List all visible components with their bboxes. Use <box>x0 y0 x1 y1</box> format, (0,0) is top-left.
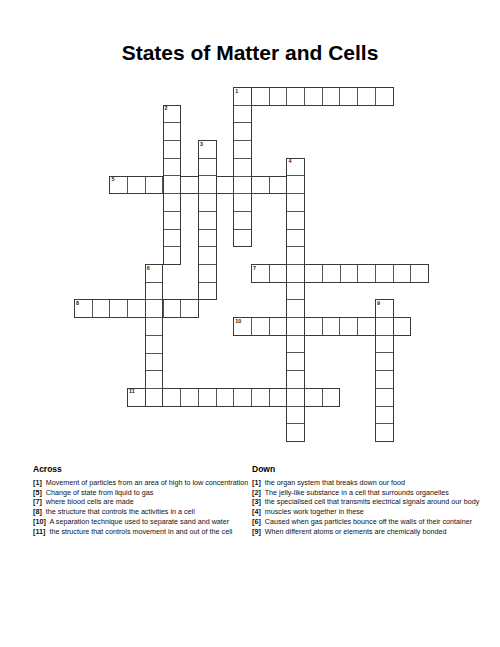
clue-down-2: [2] The jelly-like substance in a cell t… <box>252 488 484 498</box>
clue-number: [10] <box>33 517 46 526</box>
down-header: Down <box>252 464 484 474</box>
cell-border <box>287 193 304 194</box>
word-3-down[interactable] <box>198 140 217 300</box>
clue-across-5: [5] Change of state from liquid to gas <box>33 488 251 498</box>
clue-down-3: [3] the specialised cell that transmits … <box>252 497 484 507</box>
cell-border <box>375 265 376 282</box>
clue-across-11: [11] the structure that controls movemen… <box>33 527 251 537</box>
cell-border <box>287 406 304 407</box>
cell-border <box>164 211 181 212</box>
cell-border <box>234 105 251 106</box>
clue-number: [3] <box>252 497 261 506</box>
across-header: Across <box>33 464 251 474</box>
cell-border <box>199 246 216 247</box>
cell-border <box>269 318 270 335</box>
clue-number: [11] <box>33 527 45 536</box>
cell-border <box>127 177 128 194</box>
cell-border <box>146 282 163 283</box>
cell-border <box>410 265 411 282</box>
cell-border <box>287 175 304 176</box>
cell-border <box>234 176 251 177</box>
cell-border <box>339 88 340 105</box>
cell-border <box>287 246 304 247</box>
cell-border <box>109 300 110 317</box>
cell-border <box>216 389 217 406</box>
cell-border <box>287 264 304 265</box>
cell-border <box>357 88 358 105</box>
cell-number-5: 5 <box>111 177 114 182</box>
cell-border <box>164 175 181 176</box>
clue-number: [1] <box>33 478 42 487</box>
cell-border <box>180 389 181 406</box>
cell-border <box>164 122 181 123</box>
cell-border <box>199 264 216 265</box>
cell-border <box>164 229 181 230</box>
crossword-page: States of Matter and Cells 1234567891011… <box>0 0 500 647</box>
cell-border <box>199 211 216 212</box>
clue-number: [5] <box>33 488 42 497</box>
cell-border <box>180 300 181 317</box>
cell-number-4: 4 <box>288 159 291 164</box>
cell-border <box>146 317 163 318</box>
clue-down-9: [9] When different atoms or elements are… <box>252 527 484 537</box>
cell-border <box>199 282 216 283</box>
cell-border <box>304 88 305 105</box>
cell-border <box>287 317 304 318</box>
cell-border <box>164 246 181 247</box>
cell-border <box>269 88 270 105</box>
down-clues-section: Down [1] the organ system that breaks do… <box>252 464 484 536</box>
cell-border <box>145 177 146 194</box>
cell-border <box>376 370 393 371</box>
clue-down-4: [4] muscles work together in these <box>252 507 484 517</box>
word-2-down[interactable] <box>163 105 182 265</box>
cell-border <box>146 353 163 354</box>
cell-border <box>251 318 252 335</box>
cell-border <box>199 193 216 194</box>
clue-across-10: [10] A separation technique used to sepa… <box>33 517 251 527</box>
clue-across-8: [8] the structure that controls the acti… <box>33 507 251 517</box>
cell-border <box>233 389 234 406</box>
cell-border <box>92 300 93 317</box>
clue-number: [7] <box>33 497 42 506</box>
clue-number: [4] <box>252 507 261 516</box>
cell-number-10: 10 <box>235 319 241 324</box>
cell-number-11: 11 <box>129 389 135 394</box>
cell-border <box>393 265 394 282</box>
cell-border <box>146 370 163 371</box>
cell-number-7: 7 <box>253 266 256 271</box>
word-6-down[interactable] <box>145 264 164 407</box>
cell-border <box>357 265 358 282</box>
cell-border <box>322 389 323 406</box>
cell-border <box>287 335 304 336</box>
clue-across-7: [7] where blood cells are made <box>33 497 251 507</box>
cell-number-2: 2 <box>165 106 168 111</box>
word-4-down[interactable] <box>286 158 305 442</box>
cell-border <box>234 158 251 159</box>
cell-border <box>199 158 216 159</box>
cell-border <box>287 370 304 371</box>
cell-border <box>287 211 304 212</box>
cell-border <box>234 140 251 141</box>
clue-number: [2] <box>252 488 261 497</box>
word-1-across[interactable] <box>233 87 393 106</box>
cell-border <box>376 317 393 318</box>
cell-number-9: 9 <box>377 301 380 306</box>
clue-number: [1] <box>252 478 261 487</box>
cell-border <box>269 389 270 406</box>
cell-border <box>287 423 304 424</box>
across-clue-list: [1] Movement of particles from an area o… <box>33 478 251 536</box>
word-9-down[interactable] <box>375 299 394 442</box>
word-7-across[interactable] <box>251 264 429 283</box>
cell-border <box>286 88 287 105</box>
across-clues-section: Across [1] Movement of particles from an… <box>33 464 251 536</box>
cell-border <box>269 177 270 194</box>
cell-border <box>322 88 323 105</box>
cell-border <box>269 265 270 282</box>
cell-number-6: 6 <box>147 266 150 271</box>
cell-border <box>287 229 304 230</box>
cell-border <box>375 88 376 105</box>
cell-border <box>251 389 252 406</box>
cell-border <box>322 265 323 282</box>
cell-number-8: 8 <box>76 301 79 306</box>
cell-border <box>234 211 251 212</box>
cell-border <box>199 229 216 230</box>
cell-border <box>376 388 393 389</box>
clue-down-1: [1] the organ system that breaks down ou… <box>252 478 484 488</box>
word-8-across[interactable] <box>74 299 199 318</box>
cell-border <box>339 318 340 335</box>
cell-border <box>287 299 304 300</box>
cell-border <box>199 175 216 176</box>
down-clue-list: [1] the organ system that breaks down ou… <box>252 478 484 536</box>
cell-border <box>287 352 304 353</box>
cell-border <box>164 140 181 141</box>
cell-border <box>146 299 163 300</box>
cell-border <box>146 335 163 336</box>
cell-border <box>234 122 251 123</box>
cell-border <box>340 265 341 282</box>
cell-number-3: 3 <box>200 142 203 147</box>
clue-number: [8] <box>33 507 42 516</box>
cell-border <box>234 193 251 194</box>
cell-border <box>127 300 128 317</box>
cell-border <box>376 352 393 353</box>
cell-border <box>164 193 181 194</box>
cell-border <box>164 158 181 159</box>
cell-border <box>287 388 304 389</box>
cell-border <box>376 335 393 336</box>
cell-border <box>322 318 323 335</box>
cell-border <box>146 388 163 389</box>
clue-down-6: [6] Caused when gas particles bounce off… <box>252 517 484 527</box>
word-1-down[interactable] <box>233 87 252 247</box>
cell-border <box>234 229 251 230</box>
cell-border <box>198 389 199 406</box>
crossword-grid: 1234567891011 <box>0 0 500 460</box>
cell-border <box>376 423 393 424</box>
cell-border <box>287 282 304 283</box>
clue-number: [6] <box>252 517 261 526</box>
cell-border <box>357 318 358 335</box>
cell-border <box>376 406 393 407</box>
clue-across-1: [1] Movement of particles from an area o… <box>33 478 251 488</box>
cell-number-1: 1 <box>235 89 238 94</box>
clue-number: [9] <box>252 527 261 536</box>
